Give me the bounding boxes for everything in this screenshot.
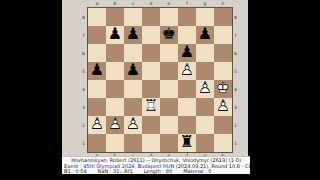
chess-board[interactable]: ♟♟♚♟♟♟♟♟♙♟♙♚♔♜♖♟♙♟♙♟♙♟♙♜ — [87, 7, 233, 153]
square-b4[interactable] — [106, 80, 124, 98]
rank-label-7: 7 — [234, 26, 237, 44]
square-d3[interactable]: ♜♖ — [142, 98, 160, 116]
square-c5[interactable]: ♟ — [124, 62, 142, 80]
letterbox-left — [0, 0, 62, 180]
square-e4[interactable] — [160, 80, 178, 98]
square-a4[interactable] — [88, 80, 106, 98]
rank-label-1: 1 — [82, 134, 85, 152]
piece-white-pawn: ♟♙ — [106, 116, 124, 134]
square-a1[interactable] — [88, 134, 106, 152]
rank-label-3: 3 — [82, 98, 85, 116]
rank-label-6: 6 — [234, 44, 237, 62]
square-b6[interactable] — [106, 44, 124, 62]
square-c8[interactable] — [124, 8, 142, 26]
square-c1[interactable] — [124, 134, 142, 152]
square-a5[interactable]: ♟ — [88, 62, 106, 80]
rank-labels-left: 87654321 — [82, 8, 85, 152]
piece-white-pawn: ♟♙ — [196, 80, 214, 98]
rank-label-5: 5 — [82, 62, 85, 80]
square-c6[interactable] — [124, 44, 142, 62]
file-label-b: b — [106, 1, 124, 6]
file-label-h: h — [214, 1, 232, 6]
rank-label-2: 2 — [82, 116, 85, 134]
file-label-f: f — [178, 1, 196, 6]
piece-white-rook: ♜♖ — [142, 98, 160, 116]
rank-label-6: 6 — [82, 44, 85, 62]
square-f7[interactable] — [178, 26, 196, 44]
square-e7[interactable]: ♚ — [160, 26, 178, 44]
rank-label-4: 4 — [82, 80, 85, 98]
square-d1[interactable] — [142, 134, 160, 152]
square-e6[interactable] — [160, 44, 178, 62]
square-c2[interactable]: ♟♙ — [124, 116, 142, 134]
square-g2[interactable] — [196, 116, 214, 134]
game-info: Hovhannisyan, Robert (2611) -- Onyshchuk… — [62, 156, 250, 174]
square-g7[interactable]: ♟ — [196, 26, 214, 44]
square-h5[interactable] — [214, 62, 232, 80]
square-f4[interactable] — [178, 80, 196, 98]
square-a6[interactable] — [88, 44, 106, 62]
file-label-e: e — [160, 1, 178, 6]
rank-label-5: 5 — [234, 62, 237, 80]
square-f1[interactable]: ♜ — [178, 134, 196, 152]
square-f5[interactable]: ♟♙ — [178, 62, 196, 80]
square-d2[interactable] — [142, 116, 160, 134]
square-a8[interactable] — [88, 8, 106, 26]
square-e8[interactable] — [160, 8, 178, 26]
square-a2[interactable]: ♟♙ — [88, 116, 106, 134]
square-g8[interactable] — [196, 8, 214, 26]
board-panel: abcdefgh 87654321 87654321 ♟♟♚♟♟♟♟♟♙♟♙♚♔… — [62, 0, 248, 173]
piece-black-pawn: ♟ — [124, 62, 142, 80]
stat-3: Material : 0 — [183, 169, 211, 175]
rank-label-7: 7 — [82, 26, 85, 44]
rank-label-4: 4 — [234, 80, 237, 98]
square-d5[interactable] — [142, 62, 160, 80]
square-h3[interactable]: ♟♙ — [214, 98, 232, 116]
square-a7[interactable] — [88, 26, 106, 44]
square-d6[interactable] — [142, 44, 160, 62]
piece-white-pawn: ♟♙ — [124, 116, 142, 134]
square-a3[interactable] — [88, 98, 106, 116]
rank-label-8: 8 — [82, 8, 85, 26]
file-label-c: c — [124, 1, 142, 6]
square-d8[interactable] — [142, 8, 160, 26]
square-b1[interactable] — [106, 134, 124, 152]
square-g1[interactable] — [196, 134, 214, 152]
square-f8[interactable] — [178, 8, 196, 26]
file-label-g: g — [196, 1, 214, 6]
file-label-a: a — [88, 1, 106, 6]
file-labels-top: abcdefgh — [88, 1, 232, 6]
square-g3[interactable] — [196, 98, 214, 116]
square-h2[interactable] — [214, 116, 232, 134]
square-h7[interactable] — [214, 26, 232, 44]
piece-white-pawn: ♟♙ — [178, 62, 196, 80]
square-h6[interactable] — [214, 44, 232, 62]
square-f6[interactable]: ♟ — [178, 44, 196, 62]
square-b5[interactable] — [106, 62, 124, 80]
stat-1: NaN : 31...Rf1 — [98, 169, 133, 175]
square-f3[interactable] — [178, 98, 196, 116]
square-d7[interactable] — [142, 26, 160, 44]
rank-label-3: 3 — [234, 98, 237, 116]
square-e3[interactable] — [160, 98, 178, 116]
square-h1[interactable] — [214, 134, 232, 152]
rank-label-2: 2 — [234, 116, 237, 134]
square-h8[interactable] — [214, 8, 232, 26]
video-frame: abcdefgh 87654321 87654321 ♟♟♚♟♟♟♟♟♙♟♙♚♔… — [0, 0, 320, 180]
piece-black-pawn: ♟ — [106, 26, 124, 44]
rank-label-1: 1 — [234, 134, 237, 152]
piece-black-pawn: ♟ — [196, 26, 214, 44]
stats-line: B1 : 0:54NaN : 31...Rf1Length : 80Materi… — [62, 169, 250, 175]
piece-black-pawn: ♟ — [178, 44, 196, 62]
square-d4[interactable] — [142, 80, 160, 98]
square-c3[interactable] — [124, 98, 142, 116]
rank-labels-right: 87654321 — [234, 8, 237, 152]
letterbox-right — [248, 0, 320, 180]
rank-label-8: 8 — [234, 8, 237, 26]
square-g5[interactable] — [196, 62, 214, 80]
square-g6[interactable] — [196, 44, 214, 62]
square-b3[interactable] — [106, 98, 124, 116]
piece-black-pawn: ♟ — [124, 26, 142, 44]
piece-white-pawn: ♟♙ — [88, 116, 106, 134]
stat-2: Length : 80 — [144, 169, 172, 175]
square-e2[interactable] — [160, 116, 178, 134]
square-b8[interactable] — [106, 8, 124, 26]
piece-white-pawn: ♟♙ — [214, 98, 232, 116]
piece-white-king: ♚♔ — [214, 80, 232, 98]
square-c7[interactable]: ♟ — [124, 26, 142, 44]
square-c4[interactable] — [124, 80, 142, 98]
square-h4[interactable]: ♚♔ — [214, 80, 232, 98]
piece-black-rook: ♜ — [178, 134, 196, 152]
square-f2[interactable] — [178, 116, 196, 134]
file-label-d: d — [142, 1, 160, 6]
stat-0: B1 : 0:54 — [64, 169, 87, 175]
piece-black-king: ♚ — [160, 26, 178, 44]
square-e5[interactable] — [160, 62, 178, 80]
square-e1[interactable] — [160, 134, 178, 152]
square-g4[interactable]: ♟♙ — [196, 80, 214, 98]
square-b2[interactable]: ♟♙ — [106, 116, 124, 134]
piece-black-pawn: ♟ — [88, 62, 106, 80]
square-b7[interactable]: ♟ — [106, 26, 124, 44]
